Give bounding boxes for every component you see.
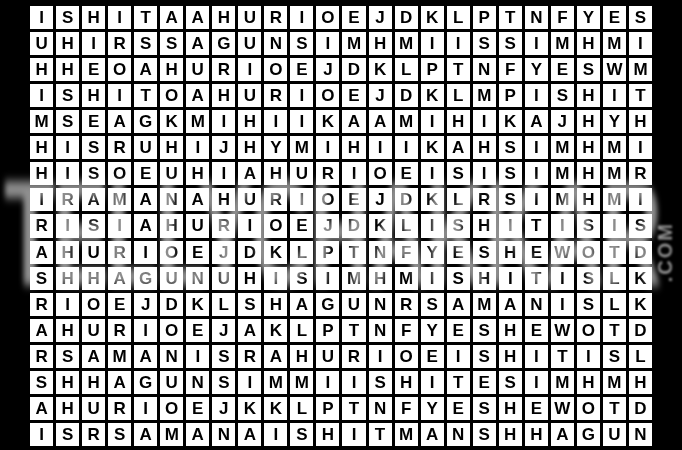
- grid-cell-r6c1[interactable]: H: [30, 136, 53, 159]
- grid-cell-r6c2[interactable]: I: [56, 136, 79, 159]
- grid-cell-r7c18[interactable]: I: [473, 162, 496, 185]
- grid-cell-r3c6[interactable]: H: [160, 58, 183, 81]
- grid-cell-r6c3[interactable]: S: [82, 136, 105, 159]
- grid-cell-r9c5[interactable]: A: [134, 214, 157, 237]
- grid-cell-r6c6[interactable]: H: [160, 136, 183, 159]
- grid-cell-r17c22[interactable]: G: [577, 423, 600, 446]
- grid-cell-r13c15[interactable]: F: [395, 319, 418, 342]
- grid-cell-r7c7[interactable]: H: [186, 162, 209, 185]
- grid-cell-r1c20[interactable]: N: [525, 6, 548, 29]
- grid-cell-r5c23[interactable]: Y: [603, 110, 626, 133]
- grid-cell-r5c2[interactable]: S: [56, 110, 79, 133]
- grid-cell-r4c13[interactable]: E: [342, 84, 365, 107]
- grid-cell-r8c4[interactable]: M: [108, 188, 131, 211]
- grid-cell-r10c22[interactable]: O: [577, 241, 600, 264]
- grid-cell-r9c17[interactable]: S: [447, 214, 470, 237]
- grid-cell-r14c11[interactable]: H: [290, 345, 313, 368]
- grid-cell-r8c9[interactable]: U: [238, 188, 261, 211]
- grid-cell-r7c13[interactable]: I: [342, 162, 365, 185]
- grid-cell-r17c10[interactable]: I: [264, 423, 287, 446]
- grid-cell-r9c10[interactable]: O: [264, 214, 287, 237]
- grid-cell-r3c19[interactable]: F: [499, 58, 522, 81]
- grid-cell-r11c15[interactable]: M: [395, 267, 418, 290]
- grid-cell-r15c6[interactable]: U: [160, 371, 183, 394]
- grid-cell-r11c21[interactable]: I: [551, 267, 574, 290]
- grid-cell-r3c11[interactable]: E: [290, 58, 313, 81]
- grid-cell-r3c17[interactable]: T: [447, 58, 470, 81]
- grid-cell-r11c3[interactable]: H: [82, 267, 105, 290]
- grid-cell-r4c18[interactable]: M: [473, 84, 496, 107]
- grid-cell-r7c2[interactable]: I: [56, 162, 79, 185]
- grid-cell-r4c7[interactable]: A: [186, 84, 209, 107]
- grid-cell-r11c8[interactable]: U: [212, 267, 235, 290]
- grid-cell-r4c11[interactable]: I: [290, 84, 313, 107]
- grid-cell-r4c22[interactable]: H: [577, 84, 600, 107]
- grid-cell-r14c1[interactable]: R: [30, 345, 53, 368]
- grid-cell-r17c23[interactable]: U: [603, 423, 626, 446]
- grid-cell-r15c16[interactable]: I: [421, 371, 444, 394]
- grid-cell-r5c9[interactable]: H: [238, 110, 261, 133]
- grid-cell-r1c17[interactable]: L: [447, 6, 470, 29]
- grid-cell-r17c24[interactable]: N: [629, 423, 652, 446]
- grid-cell-r16c12[interactable]: P: [316, 397, 339, 420]
- grid-cell-r1c19[interactable]: T: [499, 6, 522, 29]
- grid-cell-r5c5[interactable]: G: [134, 110, 157, 133]
- grid-cell-r17c20[interactable]: H: [525, 423, 548, 446]
- grid-cell-r16c5[interactable]: I: [134, 397, 157, 420]
- grid-cell-r3c13[interactable]: D: [342, 58, 365, 81]
- grid-cell-r6c15[interactable]: I: [395, 136, 418, 159]
- grid-cell-r15c13[interactable]: I: [342, 371, 365, 394]
- grid-cell-r4c14[interactable]: J: [369, 84, 392, 107]
- grid-cell-r6c11[interactable]: M: [290, 136, 313, 159]
- grid-cell-r10c8[interactable]: J: [212, 241, 235, 264]
- grid-cell-r5c8[interactable]: I: [212, 110, 235, 133]
- grid-cell-r7c12[interactable]: R: [316, 162, 339, 185]
- grid-cell-r8c11[interactable]: I: [290, 188, 313, 211]
- grid-cell-r6c9[interactable]: H: [238, 136, 261, 159]
- grid-cell-r9c8[interactable]: R: [212, 214, 235, 237]
- grid-cell-r7c6[interactable]: U: [160, 162, 183, 185]
- grid-cell-r14c22[interactable]: I: [577, 345, 600, 368]
- grid-cell-r8c3[interactable]: A: [82, 188, 105, 211]
- grid-cell-r12c16[interactable]: S: [421, 293, 444, 316]
- grid-cell-r8c18[interactable]: R: [473, 188, 496, 211]
- grid-cell-r10c1[interactable]: A: [30, 241, 53, 264]
- grid-cell-r4c6[interactable]: O: [160, 84, 183, 107]
- grid-cell-r12c7[interactable]: K: [186, 293, 209, 316]
- grid-cell-r17c2[interactable]: S: [56, 423, 79, 446]
- grid-cell-r12c23[interactable]: L: [603, 293, 626, 316]
- grid-cell-r1c7[interactable]: A: [186, 6, 209, 29]
- grid-cell-r2c5[interactable]: S: [134, 32, 157, 55]
- grid-cell-r17c9[interactable]: A: [238, 423, 261, 446]
- grid-cell-r2c1[interactable]: U: [30, 32, 53, 55]
- grid-cell-r14c6[interactable]: N: [160, 345, 183, 368]
- grid-cell-r8c5[interactable]: A: [134, 188, 157, 211]
- grid-cell-r2c21[interactable]: M: [551, 32, 574, 55]
- grid-cell-r1c13[interactable]: E: [342, 6, 365, 29]
- grid-cell-r16c7[interactable]: E: [186, 397, 209, 420]
- grid-cell-r2c18[interactable]: S: [473, 32, 496, 55]
- grid-cell-r16c13[interactable]: T: [342, 397, 365, 420]
- grid-cell-r7c23[interactable]: M: [603, 162, 626, 185]
- grid-cell-r5c17[interactable]: H: [447, 110, 470, 133]
- grid-cell-r3c4[interactable]: O: [108, 58, 131, 81]
- grid-cell-r14c13[interactable]: R: [342, 345, 365, 368]
- grid-cell-r6c18[interactable]: H: [473, 136, 496, 159]
- grid-cell-r15c20[interactable]: I: [525, 371, 548, 394]
- grid-cell-r4c23[interactable]: I: [603, 84, 626, 107]
- grid-cell-r10c16[interactable]: Y: [421, 241, 444, 264]
- grid-cell-r11c1[interactable]: S: [30, 267, 53, 290]
- grid-cell-r2c16[interactable]: I: [421, 32, 444, 55]
- grid-cell-r12c22[interactable]: S: [577, 293, 600, 316]
- grid-cell-r3c23[interactable]: W: [603, 58, 626, 81]
- grid-cell-r8c13[interactable]: E: [342, 188, 365, 211]
- grid-cell-r1c3[interactable]: H: [82, 6, 105, 29]
- grid-cell-r2c7[interactable]: A: [186, 32, 209, 55]
- grid-cell-r15c23[interactable]: M: [603, 371, 626, 394]
- grid-cell-r12c4[interactable]: E: [108, 293, 131, 316]
- grid-cell-r13c11[interactable]: L: [290, 319, 313, 342]
- grid-cell-r1c14[interactable]: J: [369, 6, 392, 29]
- grid-cell-r4c20[interactable]: I: [525, 84, 548, 107]
- grid-cell-r4c2[interactable]: S: [56, 84, 79, 107]
- grid-cell-r16c9[interactable]: K: [238, 397, 261, 420]
- grid-cell-r1c12[interactable]: O: [316, 6, 339, 29]
- grid-cell-r15c18[interactable]: E: [473, 371, 496, 394]
- grid-cell-r15c21[interactable]: M: [551, 371, 574, 394]
- grid-cell-r4c10[interactable]: R: [264, 84, 287, 107]
- grid-cell-r14c12[interactable]: U: [316, 345, 339, 368]
- grid-cell-r4c4[interactable]: I: [108, 84, 131, 107]
- grid-cell-r16c18[interactable]: S: [473, 397, 496, 420]
- grid-cell-r13c10[interactable]: K: [264, 319, 287, 342]
- grid-cell-r13c18[interactable]: S: [473, 319, 496, 342]
- grid-cell-r15c12[interactable]: I: [316, 371, 339, 394]
- grid-cell-r16c15[interactable]: F: [395, 397, 418, 420]
- grid-cell-r9c18[interactable]: H: [473, 214, 496, 237]
- grid-cell-r11c16[interactable]: I: [421, 267, 444, 290]
- grid-cell-r4c19[interactable]: P: [499, 84, 522, 107]
- grid-cell-r15c15[interactable]: H: [395, 371, 418, 394]
- grid-cell-r8c17[interactable]: L: [447, 188, 470, 211]
- grid-cell-r12c3[interactable]: O: [82, 293, 105, 316]
- grid-cell-r8c15[interactable]: D: [395, 188, 418, 211]
- grid-cell-r1c18[interactable]: P: [473, 6, 496, 29]
- grid-cell-r8c19[interactable]: S: [499, 188, 522, 211]
- grid-cell-r14c7[interactable]: I: [186, 345, 209, 368]
- grid-cell-r6c19[interactable]: S: [499, 136, 522, 159]
- grid-cell-r11c4[interactable]: A: [108, 267, 131, 290]
- grid-cell-r3c10[interactable]: O: [264, 58, 287, 81]
- grid-cell-r12c5[interactable]: J: [134, 293, 157, 316]
- grid-cell-r12c1[interactable]: R: [30, 293, 53, 316]
- grid-cell-r16c19[interactable]: H: [499, 397, 522, 420]
- grid-cell-r3c7[interactable]: U: [186, 58, 209, 81]
- grid-cell-r17c17[interactable]: N: [447, 423, 470, 446]
- grid-cell-r7c3[interactable]: S: [82, 162, 105, 185]
- grid-cell-r11c20[interactable]: T: [525, 267, 548, 290]
- grid-cell-r6c20[interactable]: I: [525, 136, 548, 159]
- grid-cell-r10c3[interactable]: U: [82, 241, 105, 264]
- grid-cell-r3c20[interactable]: Y: [525, 58, 548, 81]
- grid-cell-r6c5[interactable]: U: [134, 136, 157, 159]
- grid-cell-r14c14[interactable]: I: [369, 345, 392, 368]
- grid-cell-r6c7[interactable]: I: [186, 136, 209, 159]
- grid-cell-r9c20[interactable]: T: [525, 214, 548, 237]
- grid-cell-r8c12[interactable]: O: [316, 188, 339, 211]
- grid-cell-r2c20[interactable]: I: [525, 32, 548, 55]
- grid-cell-r11c7[interactable]: N: [186, 267, 209, 290]
- grid-cell-r11c18[interactable]: H: [473, 267, 496, 290]
- grid-cell-r10c19[interactable]: H: [499, 241, 522, 264]
- grid-cell-r16c11[interactable]: L: [290, 397, 313, 420]
- grid-cell-r9c9[interactable]: I: [238, 214, 261, 237]
- grid-cell-r16c17[interactable]: E: [447, 397, 470, 420]
- grid-cell-r2c8[interactable]: G: [212, 32, 235, 55]
- grid-cell-r11c11[interactable]: S: [290, 267, 313, 290]
- grid-cell-r1c24[interactable]: S: [629, 6, 652, 29]
- grid-cell-r3c21[interactable]: E: [551, 58, 574, 81]
- grid-cell-r14c15[interactable]: O: [395, 345, 418, 368]
- grid-cell-r1c9[interactable]: U: [238, 6, 261, 29]
- grid-cell-r15c3[interactable]: H: [82, 371, 105, 394]
- grid-cell-r4c12[interactable]: O: [316, 84, 339, 107]
- grid-cell-r10c15[interactable]: F: [395, 241, 418, 264]
- grid-cell-r17c19[interactable]: H: [499, 423, 522, 446]
- grid-cell-r12c8[interactable]: L: [212, 293, 235, 316]
- grid-cell-r7c4[interactable]: O: [108, 162, 131, 185]
- grid-cell-r13c8[interactable]: J: [212, 319, 235, 342]
- grid-cell-r2c22[interactable]: H: [577, 32, 600, 55]
- grid-cell-r7c20[interactable]: I: [525, 162, 548, 185]
- grid-cell-r11c2[interactable]: H: [56, 267, 79, 290]
- grid-cell-r1c8[interactable]: H: [212, 6, 235, 29]
- grid-cell-r14c3[interactable]: A: [82, 345, 105, 368]
- grid-cell-r5c20[interactable]: A: [525, 110, 548, 133]
- grid-cell-r8c14[interactable]: J: [369, 188, 392, 211]
- grid-cell-r3c18[interactable]: N: [473, 58, 496, 81]
- grid-cell-r2c23[interactable]: M: [603, 32, 626, 55]
- grid-cell-r8c24[interactable]: I: [629, 188, 652, 211]
- grid-cell-r14c10[interactable]: A: [264, 345, 287, 368]
- grid-cell-r3c15[interactable]: L: [395, 58, 418, 81]
- grid-cell-r7c10[interactable]: H: [264, 162, 287, 185]
- grid-cell-r8c23[interactable]: M: [603, 188, 626, 211]
- grid-cell-r13c6[interactable]: O: [160, 319, 183, 342]
- grid-cell-r16c2[interactable]: H: [56, 397, 79, 420]
- grid-cell-r6c17[interactable]: A: [447, 136, 470, 159]
- grid-cell-r15c22[interactable]: H: [577, 371, 600, 394]
- grid-cell-r8c22[interactable]: H: [577, 188, 600, 211]
- grid-cell-r13c2[interactable]: H: [56, 319, 79, 342]
- grid-cell-r15c19[interactable]: S: [499, 371, 522, 394]
- grid-cell-r11c6[interactable]: U: [160, 267, 183, 290]
- grid-cell-r16c16[interactable]: Y: [421, 397, 444, 420]
- grid-cell-r13c4[interactable]: R: [108, 319, 131, 342]
- grid-cell-r12c18[interactable]: M: [473, 293, 496, 316]
- grid-cell-r12c9[interactable]: S: [238, 293, 261, 316]
- grid-cell-r17c21[interactable]: A: [551, 423, 574, 446]
- grid-cell-r12c15[interactable]: R: [395, 293, 418, 316]
- grid-cell-r13c14[interactable]: N: [369, 319, 392, 342]
- grid-cell-r5c7[interactable]: M: [186, 110, 209, 133]
- grid-cell-r14c17[interactable]: I: [447, 345, 470, 368]
- grid-cell-r16c10[interactable]: K: [264, 397, 287, 420]
- grid-cell-r5c21[interactable]: J: [551, 110, 574, 133]
- grid-cell-r12c17[interactable]: A: [447, 293, 470, 316]
- grid-cell-r16c1[interactable]: A: [30, 397, 53, 420]
- grid-cell-r5c16[interactable]: I: [421, 110, 444, 133]
- grid-cell-r12c21[interactable]: I: [551, 293, 574, 316]
- grid-cell-r1c21[interactable]: F: [551, 6, 574, 29]
- grid-cell-r14c9[interactable]: R: [238, 345, 261, 368]
- grid-cell-r10c23[interactable]: T: [603, 241, 626, 264]
- grid-cell-r8c8[interactable]: H: [212, 188, 235, 211]
- grid-cell-r4c17[interactable]: L: [447, 84, 470, 107]
- grid-cell-r12c12[interactable]: G: [316, 293, 339, 316]
- grid-cell-r6c21[interactable]: M: [551, 136, 574, 159]
- grid-cell-r4c24[interactable]: T: [629, 84, 652, 107]
- grid-cell-r3c8[interactable]: R: [212, 58, 235, 81]
- grid-cell-r2c14[interactable]: H: [369, 32, 392, 55]
- grid-cell-r5c22[interactable]: H: [577, 110, 600, 133]
- grid-cell-r7c16[interactable]: I: [421, 162, 444, 185]
- grid-cell-r5c19[interactable]: K: [499, 110, 522, 133]
- grid-cell-r17c16[interactable]: A: [421, 423, 444, 446]
- grid-cell-r10c17[interactable]: E: [447, 241, 470, 264]
- grid-cell-r5c14[interactable]: A: [369, 110, 392, 133]
- grid-cell-r16c21[interactable]: W: [551, 397, 574, 420]
- grid-cell-r7c8[interactable]: I: [212, 162, 235, 185]
- grid-cell-r2c15[interactable]: M: [395, 32, 418, 55]
- grid-cell-r9c4[interactable]: I: [108, 214, 131, 237]
- grid-cell-r4c5[interactable]: T: [134, 84, 157, 107]
- grid-cell-r6c8[interactable]: J: [212, 136, 235, 159]
- grid-cell-r6c22[interactable]: H: [577, 136, 600, 159]
- grid-cell-r14c24[interactable]: L: [629, 345, 652, 368]
- grid-cell-r10c12[interactable]: P: [316, 241, 339, 264]
- grid-cell-r6c13[interactable]: H: [342, 136, 365, 159]
- grid-cell-r11c24[interactable]: K: [629, 267, 652, 290]
- grid-cell-r5c3[interactable]: E: [82, 110, 105, 133]
- grid-cell-r5c1[interactable]: M: [30, 110, 53, 133]
- grid-cell-r11c10[interactable]: I: [264, 267, 287, 290]
- grid-cell-r8c16[interactable]: K: [421, 188, 444, 211]
- grid-cell-r7c24[interactable]: R: [629, 162, 652, 185]
- grid-cell-r2c17[interactable]: I: [447, 32, 470, 55]
- grid-cell-r7c5[interactable]: E: [134, 162, 157, 185]
- grid-cell-r10c14[interactable]: N: [369, 241, 392, 264]
- grid-cell-r17c15[interactable]: M: [395, 423, 418, 446]
- grid-cell-r5c11[interactable]: I: [290, 110, 313, 133]
- grid-cell-r1c6[interactable]: A: [160, 6, 183, 29]
- grid-cell-r5c18[interactable]: I: [473, 110, 496, 133]
- grid-cell-r17c3[interactable]: R: [82, 423, 105, 446]
- grid-cell-r14c20[interactable]: I: [525, 345, 548, 368]
- grid-cell-r3c1[interactable]: H: [30, 58, 53, 81]
- grid-cell-r9c13[interactable]: D: [342, 214, 365, 237]
- grid-cell-r16c20[interactable]: E: [525, 397, 548, 420]
- grid-cell-r2c4[interactable]: R: [108, 32, 131, 55]
- grid-cell-r4c9[interactable]: U: [238, 84, 261, 107]
- grid-cell-r1c23[interactable]: E: [603, 6, 626, 29]
- grid-cell-r7c1[interactable]: H: [30, 162, 53, 185]
- grid-cell-r17c5[interactable]: A: [134, 423, 157, 446]
- grid-cell-r7c19[interactable]: S: [499, 162, 522, 185]
- grid-cell-r5c13[interactable]: A: [342, 110, 365, 133]
- grid-cell-r17c1[interactable]: I: [30, 423, 53, 446]
- grid-cell-r1c5[interactable]: T: [134, 6, 157, 29]
- grid-cell-r6c24[interactable]: I: [629, 136, 652, 159]
- grid-cell-r3c3[interactable]: E: [82, 58, 105, 81]
- grid-cell-r7c15[interactable]: E: [395, 162, 418, 185]
- grid-cell-r9c2[interactable]: I: [56, 214, 79, 237]
- grid-cell-r9c12[interactable]: J: [316, 214, 339, 237]
- grid-cell-r9c15[interactable]: L: [395, 214, 418, 237]
- grid-cell-r7c11[interactable]: U: [290, 162, 313, 185]
- grid-cell-r14c4[interactable]: M: [108, 345, 131, 368]
- grid-cell-r10c21[interactable]: W: [551, 241, 574, 264]
- grid-cell-r2c6[interactable]: S: [160, 32, 183, 55]
- grid-cell-r11c22[interactable]: S: [577, 267, 600, 290]
- grid-cell-r17c4[interactable]: S: [108, 423, 131, 446]
- grid-cell-r1c4[interactable]: I: [108, 6, 131, 29]
- grid-cell-r14c21[interactable]: T: [551, 345, 574, 368]
- grid-cell-r6c23[interactable]: M: [603, 136, 626, 159]
- grid-cell-r12c14[interactable]: N: [369, 293, 392, 316]
- grid-cell-r14c23[interactable]: S: [603, 345, 626, 368]
- grid-cell-r5c4[interactable]: A: [108, 110, 131, 133]
- grid-cell-r1c10[interactable]: R: [264, 6, 287, 29]
- grid-cell-r4c8[interactable]: H: [212, 84, 235, 107]
- grid-cell-r9c6[interactable]: H: [160, 214, 183, 237]
- grid-cell-r11c14[interactable]: H: [369, 267, 392, 290]
- grid-cell-r15c5[interactable]: G: [134, 371, 157, 394]
- grid-cell-r17c6[interactable]: M: [160, 423, 183, 446]
- grid-cell-r13c24[interactable]: D: [629, 319, 652, 342]
- grid-cell-r2c3[interactable]: I: [82, 32, 105, 55]
- grid-cell-r10c4[interactable]: R: [108, 241, 131, 264]
- grid-cell-r5c12[interactable]: K: [316, 110, 339, 133]
- grid-cell-r2c9[interactable]: U: [238, 32, 261, 55]
- grid-cell-r3c9[interactable]: I: [238, 58, 261, 81]
- grid-cell-r7c14[interactable]: O: [369, 162, 392, 185]
- grid-cell-r13c16[interactable]: Y: [421, 319, 444, 342]
- grid-cell-r15c4[interactable]: A: [108, 371, 131, 394]
- grid-cell-r14c8[interactable]: S: [212, 345, 235, 368]
- grid-cell-r3c14[interactable]: K: [369, 58, 392, 81]
- grid-cell-r15c7[interactable]: N: [186, 371, 209, 394]
- word-search-grid[interactable]: ISHITAAHURIOEJDKLPTNFYESUHIRSSAGUNSIMHMI…: [30, 6, 652, 446]
- grid-cell-r13c9[interactable]: A: [238, 319, 261, 342]
- grid-cell-r10c11[interactable]: L: [290, 241, 313, 264]
- grid-cell-r7c17[interactable]: S: [447, 162, 470, 185]
- grid-cell-r9c22[interactable]: S: [577, 214, 600, 237]
- grid-cell-r13c17[interactable]: E: [447, 319, 470, 342]
- grid-cell-r17c11[interactable]: S: [290, 423, 313, 446]
- grid-cell-r6c10[interactable]: Y: [264, 136, 287, 159]
- grid-cell-r3c16[interactable]: P: [421, 58, 444, 81]
- grid-cell-r10c10[interactable]: K: [264, 241, 287, 264]
- grid-cell-r16c24[interactable]: D: [629, 397, 652, 420]
- grid-cell-r10c13[interactable]: T: [342, 241, 365, 264]
- grid-cell-r15c14[interactable]: S: [369, 371, 392, 394]
- grid-cell-r1c15[interactable]: D: [395, 6, 418, 29]
- grid-cell-r12c13[interactable]: U: [342, 293, 365, 316]
